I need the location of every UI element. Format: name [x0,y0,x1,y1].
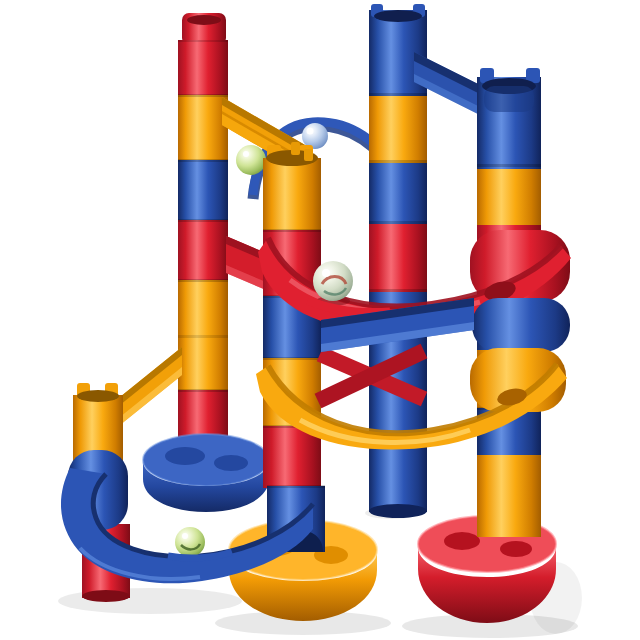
marble-3 [313,261,353,306]
product-photo-marble-run [0,0,640,640]
marble-4 [175,527,205,557]
marble-1 [236,145,266,175]
blue-disc-base [143,434,269,512]
marble-run-illustration [0,0,640,640]
left-tower [178,13,228,465]
right-tower-foot [477,455,541,537]
